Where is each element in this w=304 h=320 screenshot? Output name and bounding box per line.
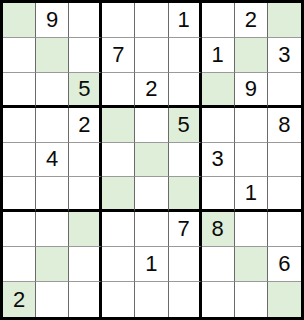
cell-r5c5[interactable] bbox=[169, 177, 202, 212]
cell-r3c4[interactable] bbox=[135, 108, 168, 143]
cell-r2c6[interactable] bbox=[202, 73, 235, 108]
cell-r6c5[interactable]: 7 bbox=[169, 212, 202, 247]
sudoku-grid: 91271352925843178162 bbox=[0, 0, 304, 320]
cell-r1c1[interactable] bbox=[36, 38, 69, 73]
cell-r5c6[interactable] bbox=[202, 177, 235, 212]
cell-r1c8[interactable]: 3 bbox=[268, 38, 301, 73]
cell-r3c3[interactable] bbox=[102, 108, 135, 143]
cell-r2c4[interactable]: 2 bbox=[135, 73, 168, 108]
cell-r3c8[interactable]: 8 bbox=[268, 108, 301, 143]
cell-r1c0[interactable] bbox=[3, 38, 36, 73]
cell-r5c3[interactable] bbox=[102, 177, 135, 212]
cell-r7c3[interactable] bbox=[102, 247, 135, 282]
cell-r2c3[interactable] bbox=[102, 73, 135, 108]
cell-r6c4[interactable] bbox=[135, 212, 168, 247]
cell-r5c1[interactable] bbox=[36, 177, 69, 212]
cell-r8c8[interactable] bbox=[268, 282, 301, 317]
cell-r3c0[interactable] bbox=[3, 108, 36, 143]
cell-r3c5[interactable]: 5 bbox=[169, 108, 202, 143]
cell-r6c3[interactable] bbox=[102, 212, 135, 247]
cell-r8c4[interactable] bbox=[135, 282, 168, 317]
cell-r7c8[interactable]: 6 bbox=[268, 247, 301, 282]
cell-r4c1[interactable]: 4 bbox=[36, 143, 69, 178]
cell-r3c2[interactable]: 2 bbox=[69, 108, 102, 143]
cell-r6c6[interactable]: 8 bbox=[202, 212, 235, 247]
cell-r0c2[interactable] bbox=[69, 3, 102, 38]
cell-r7c0[interactable] bbox=[3, 247, 36, 282]
cell-r2c7[interactable]: 9 bbox=[235, 73, 268, 108]
cell-r3c7[interactable] bbox=[235, 108, 268, 143]
cell-r4c5[interactable] bbox=[169, 143, 202, 178]
cell-r4c7[interactable] bbox=[235, 143, 268, 178]
cell-r7c4[interactable]: 1 bbox=[135, 247, 168, 282]
cell-r6c0[interactable] bbox=[3, 212, 36, 247]
cell-r0c0[interactable] bbox=[3, 3, 36, 38]
cell-r1c7[interactable] bbox=[235, 38, 268, 73]
cell-r6c1[interactable] bbox=[36, 212, 69, 247]
cell-r7c7[interactable] bbox=[235, 247, 268, 282]
cell-r2c5[interactable] bbox=[169, 73, 202, 108]
cell-r7c2[interactable] bbox=[69, 247, 102, 282]
cell-r4c8[interactable] bbox=[268, 143, 301, 178]
cell-r7c5[interactable] bbox=[169, 247, 202, 282]
cell-r5c4[interactable] bbox=[135, 177, 168, 212]
cell-r0c3[interactable] bbox=[102, 3, 135, 38]
cell-r7c6[interactable] bbox=[202, 247, 235, 282]
sudoku-board: 91271352925843178162 bbox=[0, 0, 304, 320]
cell-r2c0[interactable] bbox=[3, 73, 36, 108]
cell-r5c0[interactable] bbox=[3, 177, 36, 212]
cell-r0c7[interactable]: 2 bbox=[235, 3, 268, 38]
cell-r6c8[interactable] bbox=[268, 212, 301, 247]
cell-r8c1[interactable] bbox=[36, 282, 69, 317]
cell-r5c2[interactable] bbox=[69, 177, 102, 212]
cell-r1c5[interactable] bbox=[169, 38, 202, 73]
cell-r2c8[interactable] bbox=[268, 73, 301, 108]
cell-r4c3[interactable] bbox=[102, 143, 135, 178]
cell-r4c6[interactable]: 3 bbox=[202, 143, 235, 178]
cell-r5c8[interactable] bbox=[268, 177, 301, 212]
cell-r6c2[interactable] bbox=[69, 212, 102, 247]
cell-r7c1[interactable] bbox=[36, 247, 69, 282]
cell-r3c6[interactable] bbox=[202, 108, 235, 143]
cell-r4c2[interactable] bbox=[69, 143, 102, 178]
cell-r8c7[interactable] bbox=[235, 282, 268, 317]
cell-r2c2[interactable]: 5 bbox=[69, 73, 102, 108]
cell-r1c4[interactable] bbox=[135, 38, 168, 73]
cell-r5c7[interactable]: 1 bbox=[235, 177, 268, 212]
cell-r8c6[interactable] bbox=[202, 282, 235, 317]
cell-r4c4[interactable] bbox=[135, 143, 168, 178]
cell-r0c5[interactable]: 1 bbox=[169, 3, 202, 38]
cell-r1c3[interactable]: 7 bbox=[102, 38, 135, 73]
cell-r0c8[interactable] bbox=[268, 3, 301, 38]
cell-r6c7[interactable] bbox=[235, 212, 268, 247]
cell-r2c1[interactable] bbox=[36, 73, 69, 108]
cell-r4c0[interactable] bbox=[3, 143, 36, 178]
cell-r8c2[interactable] bbox=[69, 282, 102, 317]
cell-r0c6[interactable] bbox=[202, 3, 235, 38]
cell-r8c3[interactable] bbox=[102, 282, 135, 317]
cell-r0c4[interactable] bbox=[135, 3, 168, 38]
cell-r1c6[interactable]: 1 bbox=[202, 38, 235, 73]
cell-r8c0[interactable]: 2 bbox=[3, 282, 36, 317]
cell-r8c5[interactable] bbox=[169, 282, 202, 317]
cell-r3c1[interactable] bbox=[36, 108, 69, 143]
cell-r1c2[interactable] bbox=[69, 38, 102, 73]
cell-r0c1[interactable]: 9 bbox=[36, 3, 69, 38]
